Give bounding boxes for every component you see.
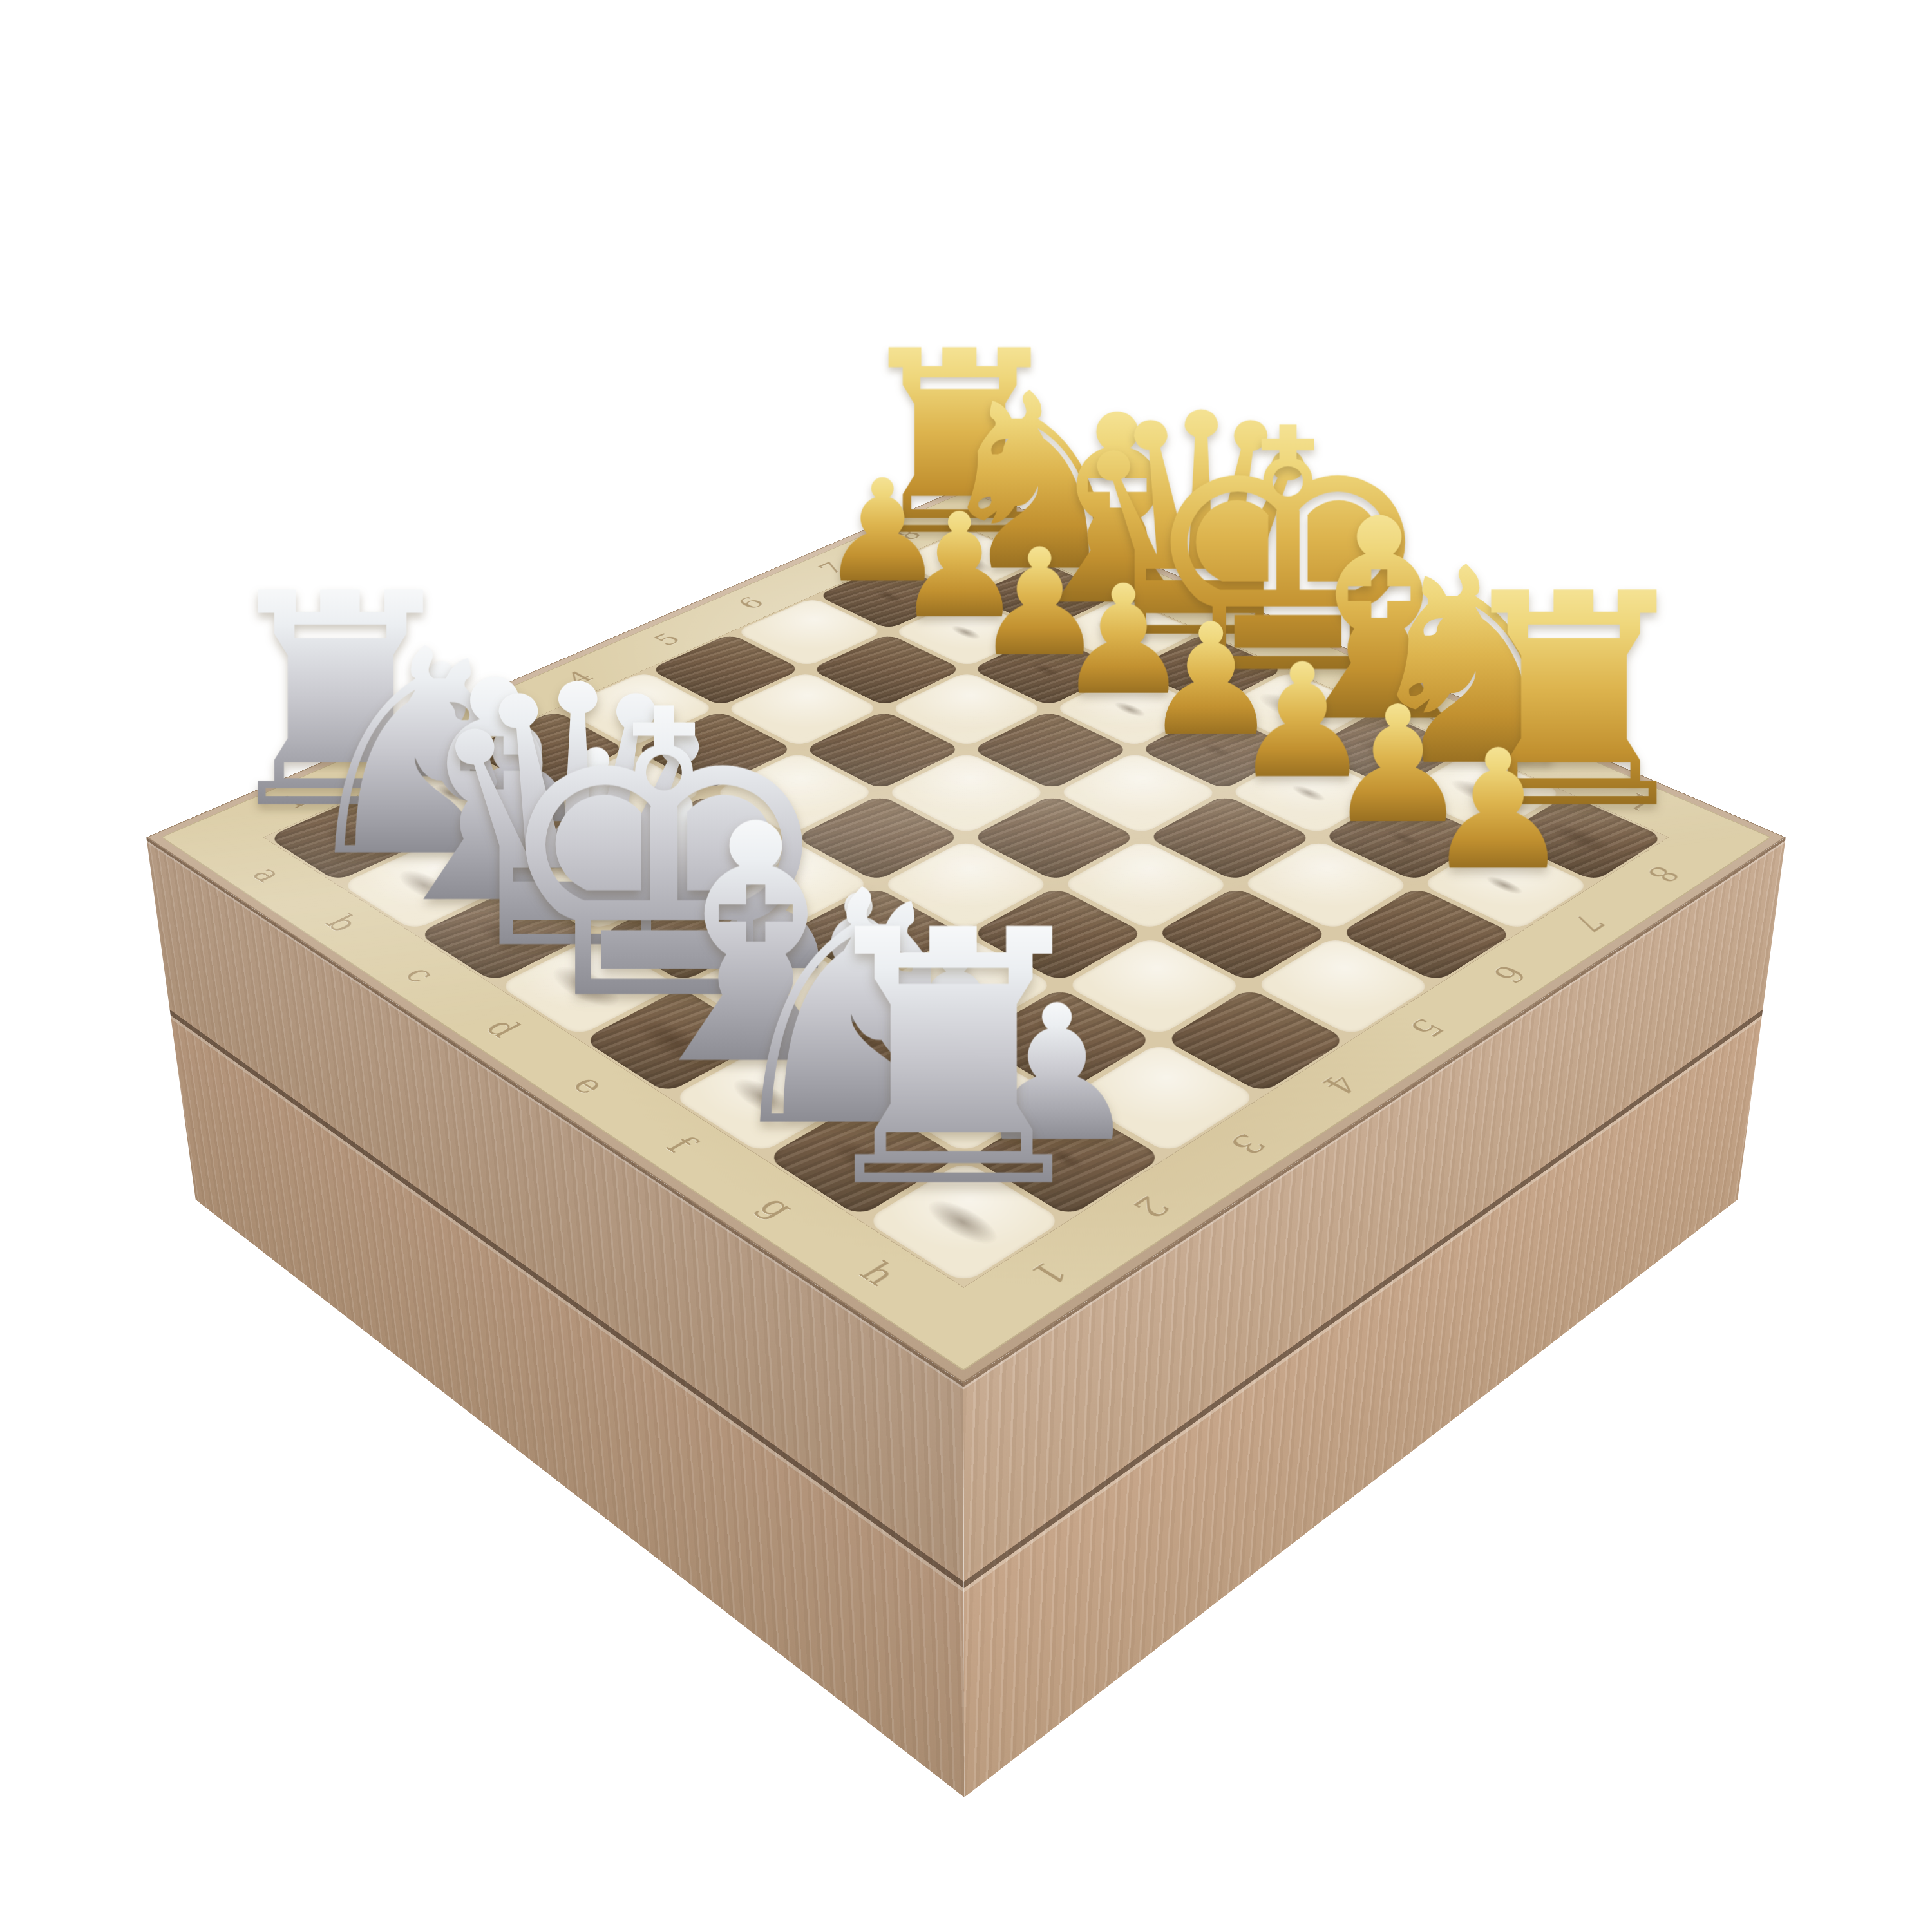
white-rook: ♜ [797, 894, 1111, 1227]
scene: abcdefgh abcdefgh 87654321 87654321 ♜♞♝♛… [0, 0, 1932, 1932]
chess-box: abcdefgh abcdefgh 87654321 87654321 ♜♞♝♛… [146, 486, 1786, 1383]
square-h1: ♜ [859, 1157, 1069, 1288]
photo-canvas: abcdefgh abcdefgh 87654321 87654321 ♜♞♝♛… [0, 0, 1932, 1932]
black-pawn: ♟ [1424, 732, 1572, 889]
